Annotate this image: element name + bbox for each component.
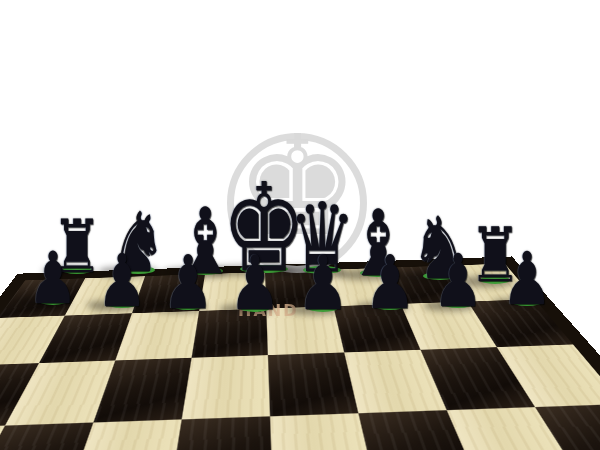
board-square-d5 — [168, 416, 273, 450]
chess-piece-rook-a8: ♜ — [51, 210, 102, 283]
board-squares — [0, 264, 600, 450]
board-square-b5 — [0, 423, 93, 450]
felt-base — [62, 266, 91, 274]
board-square-c8 — [132, 274, 205, 313]
chess-set-photo: ♚ HAND ♜♞♝♚♛♝♞♜♟♟♟♟♟♟♟♟ — [0, 0, 600, 450]
piece-shadow — [42, 266, 95, 277]
board-square-e6 — [268, 352, 358, 416]
watermark-brand-text: HAND — [238, 301, 298, 320]
chess-piece-knight-b8: ♞ — [109, 201, 167, 284]
felt-base — [121, 266, 154, 274]
board-square-d6 — [182, 355, 270, 419]
watermark-king-icon: ♚ — [235, 118, 359, 256]
